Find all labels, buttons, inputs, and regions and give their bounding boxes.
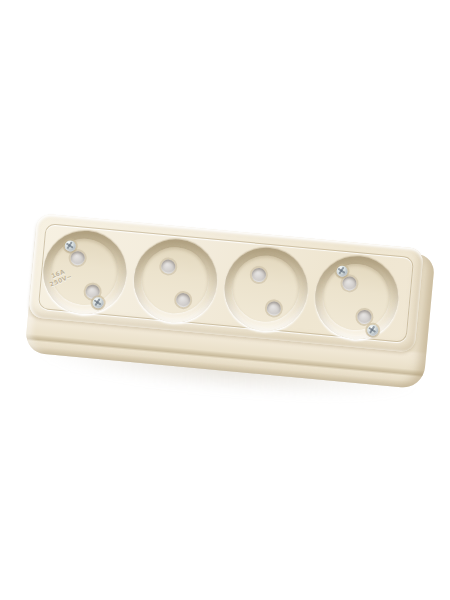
socket-1-screw-top-left [64, 239, 76, 251]
socket-1-screw-bottom-right [92, 296, 104, 308]
socket-4-screw-bottom-right [366, 324, 378, 336]
socket-4-inner-face [320, 261, 392, 333]
socket-4-screw-top-left [336, 265, 348, 277]
socket-3-inner-face [230, 253, 302, 325]
socket-2-inner-face [139, 244, 211, 316]
photo-background: 16A 250V~ [0, 0, 450, 600]
